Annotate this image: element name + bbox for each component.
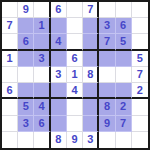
sudoku-board: 967713664751365318764254823697893 [0, 0, 150, 150]
cell-r6c7[interactable] [99, 83, 115, 99]
cell-r6c3[interactable] [34, 83, 50, 99]
cell-r9c9[interactable] [132, 132, 148, 148]
cell-r1c3[interactable] [34, 2, 50, 18]
cell-r8c6[interactable] [83, 116, 99, 132]
cell-r8c3[interactable]: 6 [34, 116, 50, 132]
cell-r1c9[interactable] [132, 2, 148, 18]
cell-r7c5[interactable] [67, 99, 83, 115]
cell-r9c1[interactable] [2, 132, 18, 148]
cell-r1c7[interactable] [99, 2, 115, 18]
cell-r7c3[interactable]: 4 [34, 99, 50, 115]
cell-r2c8[interactable]: 6 [116, 18, 132, 34]
cell-r8c1[interactable] [2, 116, 18, 132]
cell-r4c6[interactable] [83, 51, 99, 67]
cell-r2c1[interactable]: 7 [2, 18, 18, 34]
cell-r6c6[interactable] [83, 83, 99, 99]
cell-r9c8[interactable] [116, 132, 132, 148]
cell-r5c3[interactable] [34, 67, 50, 83]
cell-r2c2[interactable] [18, 18, 34, 34]
cell-r4c3[interactable]: 3 [34, 51, 50, 67]
cell-r5c9[interactable]: 7 [132, 67, 148, 83]
cell-r2c7[interactable]: 3 [99, 18, 115, 34]
cell-r9c6[interactable]: 3 [83, 132, 99, 148]
cell-r2c6[interactable] [83, 18, 99, 34]
cell-r4c9[interactable]: 5 [132, 51, 148, 67]
cell-r4c1[interactable]: 1 [2, 51, 18, 67]
cell-r3c7[interactable]: 7 [99, 34, 115, 50]
cell-r6c5[interactable]: 4 [67, 83, 83, 99]
cell-r3c3[interactable] [34, 34, 50, 50]
cell-r2c5[interactable] [67, 18, 83, 34]
cell-r5c7[interactable] [99, 67, 115, 83]
cell-r9c5[interactable]: 9 [67, 132, 83, 148]
cell-r9c2[interactable] [18, 132, 34, 148]
cell-r7c8[interactable]: 2 [116, 99, 132, 115]
cell-r8c5[interactable] [67, 116, 83, 132]
cell-r3c1[interactable] [2, 34, 18, 50]
cell-r9c3[interactable] [34, 132, 50, 148]
cell-r1c8[interactable] [116, 2, 132, 18]
cell-r3c2[interactable]: 6 [18, 34, 34, 50]
cell-r7c2[interactable]: 5 [18, 99, 34, 115]
cell-r8c4[interactable] [51, 116, 67, 132]
cell-r1c2[interactable]: 9 [18, 2, 34, 18]
cell-r7c7[interactable]: 8 [99, 99, 115, 115]
cell-r1c1[interactable] [2, 2, 18, 18]
cell-r8c7[interactable]: 9 [99, 116, 115, 132]
cell-r5c8[interactable] [116, 67, 132, 83]
cell-r1c5[interactable] [67, 2, 83, 18]
cell-r7c1[interactable] [2, 99, 18, 115]
cell-r5c4[interactable]: 3 [51, 67, 67, 83]
cell-r6c4[interactable] [51, 83, 67, 99]
cell-r6c8[interactable] [116, 83, 132, 99]
cell-r7c6[interactable] [83, 99, 99, 115]
cell-r6c1[interactable]: 6 [2, 83, 18, 99]
cell-r4c8[interactable] [116, 51, 132, 67]
cell-r8c2[interactable]: 3 [18, 116, 34, 132]
cell-r3c9[interactable] [132, 34, 148, 50]
cell-r3c6[interactable] [83, 34, 99, 50]
cell-r7c4[interactable] [51, 99, 67, 115]
cell-r1c4[interactable]: 6 [51, 2, 67, 18]
cell-r5c2[interactable] [18, 67, 34, 83]
sudoku-app: 967713664751365318764254823697893 [0, 0, 150, 150]
cell-r9c7[interactable] [99, 132, 115, 148]
cell-r4c2[interactable] [18, 51, 34, 67]
cell-r2c9[interactable] [132, 18, 148, 34]
cell-r4c5[interactable]: 6 [67, 51, 83, 67]
cell-r1c6[interactable]: 7 [83, 2, 99, 18]
cell-r4c4[interactable] [51, 51, 67, 67]
cell-r6c9[interactable]: 2 [132, 83, 148, 99]
cell-r6c2[interactable] [18, 83, 34, 99]
cell-r9c4[interactable]: 8 [51, 132, 67, 148]
cell-r5c1[interactable] [2, 67, 18, 83]
cell-r3c4[interactable]: 4 [51, 34, 67, 50]
cell-r3c8[interactable]: 5 [116, 34, 132, 50]
cell-r5c6[interactable]: 8 [83, 67, 99, 83]
cell-r8c8[interactable]: 7 [116, 116, 132, 132]
cell-r2c4[interactable] [51, 18, 67, 34]
cell-r3c5[interactable] [67, 34, 83, 50]
cell-r7c9[interactable] [132, 99, 148, 115]
cell-r5c5[interactable]: 1 [67, 67, 83, 83]
cell-r8c9[interactable] [132, 116, 148, 132]
cell-r4c7[interactable] [99, 51, 115, 67]
cell-r2c3[interactable]: 1 [34, 18, 50, 34]
